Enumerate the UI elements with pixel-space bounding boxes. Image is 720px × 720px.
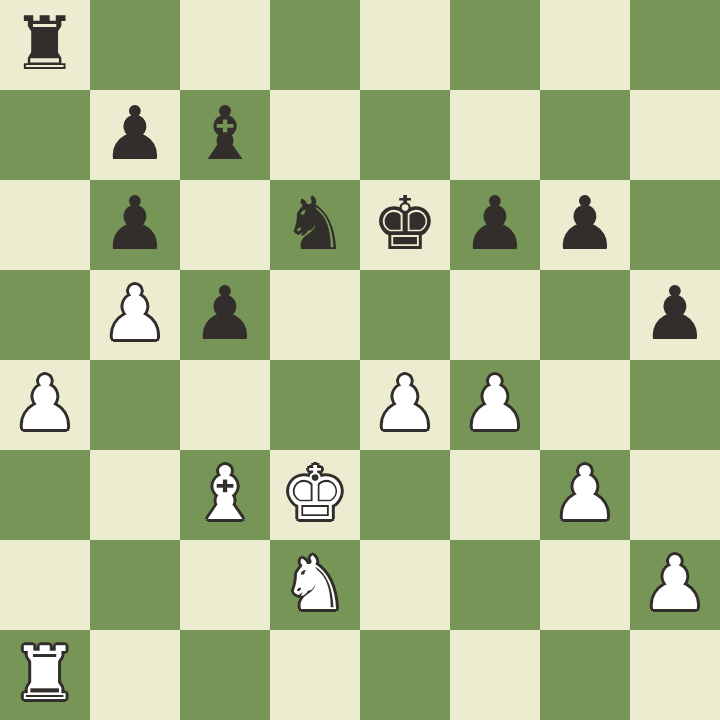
square-b6[interactable]: ♟	[90, 180, 180, 270]
square-a1[interactable]: ♜	[0, 630, 90, 720]
square-h7[interactable]	[630, 90, 720, 180]
square-b8[interactable]	[90, 0, 180, 90]
square-e6[interactable]: ♚	[360, 180, 450, 270]
square-e2[interactable]	[360, 540, 450, 630]
piece-black-bishop[interactable]: ♝	[192, 88, 258, 178]
piece-white-king[interactable]: ♚	[282, 448, 348, 538]
piece-white-pawn[interactable]: ♟	[552, 448, 618, 538]
square-h5[interactable]: ♟	[630, 270, 720, 360]
square-h3[interactable]	[630, 450, 720, 540]
square-f1[interactable]	[450, 630, 540, 720]
square-c1[interactable]	[180, 630, 270, 720]
square-f7[interactable]	[450, 90, 540, 180]
square-d1[interactable]	[270, 630, 360, 720]
square-b1[interactable]	[90, 630, 180, 720]
square-a5[interactable]	[0, 270, 90, 360]
piece-white-pawn[interactable]: ♟	[102, 268, 168, 358]
square-c5[interactable]: ♟	[180, 270, 270, 360]
square-c4[interactable]	[180, 360, 270, 450]
square-g6[interactable]: ♟	[540, 180, 630, 270]
square-g5[interactable]	[540, 270, 630, 360]
square-a2[interactable]	[0, 540, 90, 630]
square-f4[interactable]: ♟	[450, 360, 540, 450]
square-h6[interactable]	[630, 180, 720, 270]
square-b2[interactable]	[90, 540, 180, 630]
piece-white-pawn[interactable]: ♟	[642, 538, 708, 628]
square-b5[interactable]: ♟	[90, 270, 180, 360]
square-b3[interactable]	[90, 450, 180, 540]
square-h8[interactable]	[630, 0, 720, 90]
chess-board: ♜♟♝♟♞♚♟♟♟♟♟♟♟♟♝♚♟♞♟♜	[0, 0, 720, 720]
piece-black-pawn[interactable]: ♟	[462, 178, 528, 268]
square-a8[interactable]: ♜	[0, 0, 90, 90]
square-e3[interactable]	[360, 450, 450, 540]
square-b7[interactable]: ♟	[90, 90, 180, 180]
square-e1[interactable]	[360, 630, 450, 720]
square-g7[interactable]	[540, 90, 630, 180]
square-d3[interactable]: ♚	[270, 450, 360, 540]
square-f6[interactable]: ♟	[450, 180, 540, 270]
square-a6[interactable]	[0, 180, 90, 270]
piece-black-rook[interactable]: ♜	[12, 0, 78, 88]
piece-black-pawn[interactable]: ♟	[192, 268, 258, 358]
square-e5[interactable]	[360, 270, 450, 360]
square-g4[interactable]	[540, 360, 630, 450]
square-h2[interactable]: ♟	[630, 540, 720, 630]
square-d6[interactable]: ♞	[270, 180, 360, 270]
square-h1[interactable]	[630, 630, 720, 720]
square-c7[interactable]: ♝	[180, 90, 270, 180]
piece-black-king[interactable]: ♚	[372, 178, 438, 268]
square-f2[interactable]	[450, 540, 540, 630]
piece-black-pawn[interactable]: ♟	[642, 268, 708, 358]
square-g8[interactable]	[540, 0, 630, 90]
square-c3[interactable]: ♝	[180, 450, 270, 540]
piece-white-pawn[interactable]: ♟	[462, 358, 528, 448]
piece-black-pawn[interactable]: ♟	[102, 88, 168, 178]
square-d2[interactable]: ♞	[270, 540, 360, 630]
piece-white-rook[interactable]: ♜	[12, 628, 78, 718]
square-f3[interactable]	[450, 450, 540, 540]
square-f8[interactable]	[450, 0, 540, 90]
square-a3[interactable]	[0, 450, 90, 540]
square-a7[interactable]	[0, 90, 90, 180]
square-e8[interactable]	[360, 0, 450, 90]
square-g2[interactable]	[540, 540, 630, 630]
square-d4[interactable]	[270, 360, 360, 450]
square-g3[interactable]: ♟	[540, 450, 630, 540]
square-h4[interactable]	[630, 360, 720, 450]
piece-white-pawn[interactable]: ♟	[372, 358, 438, 448]
square-e7[interactable]	[360, 90, 450, 180]
square-b4[interactable]	[90, 360, 180, 450]
square-f5[interactable]	[450, 270, 540, 360]
square-d7[interactable]	[270, 90, 360, 180]
square-c8[interactable]	[180, 0, 270, 90]
piece-black-pawn[interactable]: ♟	[102, 178, 168, 268]
square-d5[interactable]	[270, 270, 360, 360]
square-e4[interactable]: ♟	[360, 360, 450, 450]
square-c6[interactable]	[180, 180, 270, 270]
piece-white-bishop[interactable]: ♝	[192, 448, 258, 538]
square-g1[interactable]	[540, 630, 630, 720]
piece-white-pawn[interactable]: ♟	[12, 358, 78, 448]
square-c2[interactable]	[180, 540, 270, 630]
square-d8[interactable]	[270, 0, 360, 90]
piece-white-knight[interactable]: ♞	[282, 538, 348, 628]
piece-black-pawn[interactable]: ♟	[552, 178, 618, 268]
piece-black-knight[interactable]: ♞	[282, 178, 348, 268]
square-a4[interactable]: ♟	[0, 360, 90, 450]
